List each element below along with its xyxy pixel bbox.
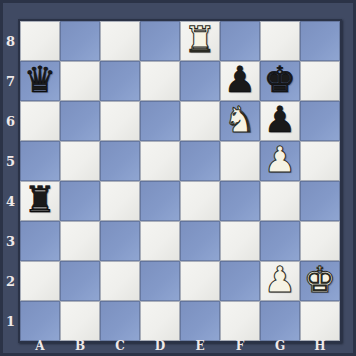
square-f3[interactable] <box>220 221 260 261</box>
square-g6[interactable]: ♟ <box>260 101 300 141</box>
square-g7[interactable]: ♚ <box>260 61 300 101</box>
square-f5[interactable] <box>220 141 260 181</box>
square-g1[interactable] <box>260 301 300 341</box>
square-h4[interactable] <box>300 181 340 221</box>
square-e5[interactable] <box>180 141 220 181</box>
black-queen-a7[interactable]: ♛ <box>24 60 56 100</box>
square-e2[interactable] <box>180 261 220 301</box>
square-g3[interactable] <box>260 221 300 261</box>
square-a2[interactable] <box>20 261 60 301</box>
file-label-g: G <box>260 339 300 353</box>
white-pawn-g2[interactable]: ♟ <box>264 260 296 300</box>
square-a1[interactable] <box>20 301 60 341</box>
square-f6[interactable]: ♞ <box>220 101 260 141</box>
square-g5[interactable]: ♟ <box>260 141 300 181</box>
white-king-h2[interactable]: ♚ <box>304 260 336 300</box>
square-h2[interactable]: ♚ <box>300 261 340 301</box>
square-f1[interactable] <box>220 301 260 341</box>
square-b8[interactable] <box>60 21 100 61</box>
file-label-d: D <box>140 339 180 353</box>
file-label-c: C <box>100 339 140 353</box>
square-g2[interactable]: ♟ <box>260 261 300 301</box>
square-e4[interactable] <box>180 181 220 221</box>
rank-labels: 87654321 <box>3 21 18 341</box>
black-rook-a4[interactable]: ♜ <box>24 180 56 220</box>
square-a3[interactable] <box>20 221 60 261</box>
square-h5[interactable] <box>300 141 340 181</box>
file-label-a: A <box>20 339 60 353</box>
square-e6[interactable] <box>180 101 220 141</box>
square-e7[interactable] <box>180 61 220 101</box>
square-c4[interactable] <box>100 181 140 221</box>
square-h7[interactable] <box>300 61 340 101</box>
square-h8[interactable] <box>300 21 340 61</box>
square-a8[interactable] <box>20 21 60 61</box>
square-d6[interactable] <box>140 101 180 141</box>
square-f2[interactable] <box>220 261 260 301</box>
square-a7[interactable]: ♛ <box>20 61 60 101</box>
file-label-e: E <box>180 339 220 353</box>
square-c8[interactable] <box>100 21 140 61</box>
square-b4[interactable] <box>60 181 100 221</box>
file-label-b: B <box>60 339 100 353</box>
square-c2[interactable] <box>100 261 140 301</box>
chess-diagram: 87654321 ♜♛♟♚♞♟♟♜♟♚ ABCDEFGH <box>0 0 356 356</box>
chess-board[interactable]: ♜♛♟♚♞♟♟♜♟♚ <box>18 19 342 343</box>
square-g4[interactable] <box>260 181 300 221</box>
square-a5[interactable] <box>20 141 60 181</box>
square-d4[interactable] <box>140 181 180 221</box>
square-h1[interactable] <box>300 301 340 341</box>
square-g8[interactable] <box>260 21 300 61</box>
rank-label-2: 2 <box>3 261 18 301</box>
square-c6[interactable] <box>100 101 140 141</box>
square-b3[interactable] <box>60 221 100 261</box>
square-h6[interactable] <box>300 101 340 141</box>
black-pawn-g6[interactable]: ♟ <box>264 100 296 140</box>
square-d5[interactable] <box>140 141 180 181</box>
rank-label-7: 7 <box>3 61 18 101</box>
square-e1[interactable] <box>180 301 220 341</box>
square-c1[interactable] <box>100 301 140 341</box>
rank-label-5: 5 <box>3 141 18 181</box>
square-h3[interactable] <box>300 221 340 261</box>
square-e8[interactable]: ♜ <box>180 21 220 61</box>
white-pawn-g5[interactable]: ♟ <box>264 140 296 180</box>
square-d1[interactable] <box>140 301 180 341</box>
square-f8[interactable] <box>220 21 260 61</box>
white-rook-e8[interactable]: ♜ <box>184 20 216 60</box>
file-label-h: H <box>300 339 340 353</box>
square-f7[interactable]: ♟ <box>220 61 260 101</box>
square-d3[interactable] <box>140 221 180 261</box>
square-b7[interactable] <box>60 61 100 101</box>
rank-label-6: 6 <box>3 101 18 141</box>
rank-label-3: 3 <box>3 221 18 261</box>
square-f4[interactable] <box>220 181 260 221</box>
square-b2[interactable] <box>60 261 100 301</box>
square-c7[interactable] <box>100 61 140 101</box>
file-labels: ABCDEFGH <box>20 339 340 353</box>
rank-label-4: 4 <box>3 181 18 221</box>
black-pawn-f7[interactable]: ♟ <box>224 60 256 100</box>
square-d7[interactable] <box>140 61 180 101</box>
square-d8[interactable] <box>140 21 180 61</box>
square-c5[interactable] <box>100 141 140 181</box>
square-c3[interactable] <box>100 221 140 261</box>
square-b1[interactable] <box>60 301 100 341</box>
rank-label-1: 1 <box>3 301 18 341</box>
rank-label-8: 8 <box>3 21 18 61</box>
black-king-g7[interactable]: ♚ <box>264 60 296 100</box>
square-b5[interactable] <box>60 141 100 181</box>
square-e3[interactable] <box>180 221 220 261</box>
square-d2[interactable] <box>140 261 180 301</box>
square-a6[interactable] <box>20 101 60 141</box>
square-a4[interactable]: ♜ <box>20 181 60 221</box>
white-knight-f6[interactable]: ♞ <box>224 100 256 140</box>
square-b6[interactable] <box>60 101 100 141</box>
file-label-f: F <box>220 339 260 353</box>
